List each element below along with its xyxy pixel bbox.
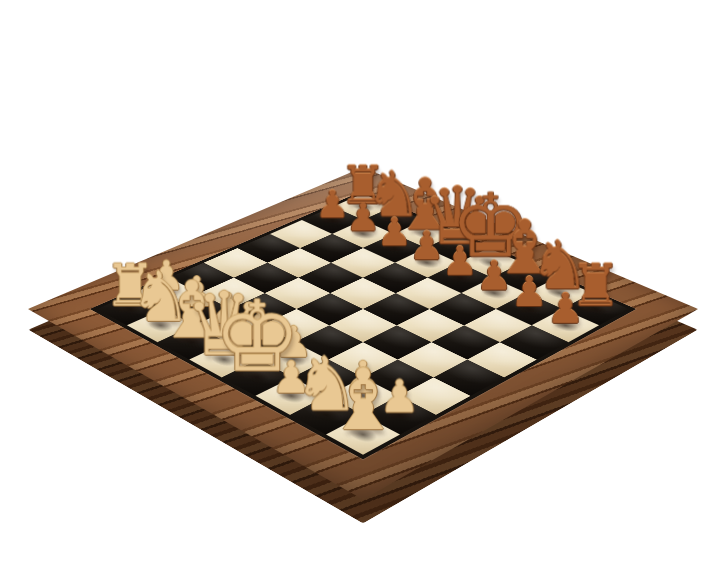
piece-black-pawn: ♟: [316, 186, 350, 224]
piece-black-pawn: ♟: [511, 272, 548, 313]
scene: ♜♞♝♛♚♝♞♜♟♟♟♟♟♟♟♟♟♟♟♟♟♟♟♜♞♝♛♚♟♞♝: [0, 0, 720, 576]
piece-black-pawn: ♟: [442, 241, 478, 281]
chess-set-photograph: ♜♞♝♛♚♝♞♜♟♟♟♟♟♟♟♟♟♟♟♟♟♟♟♜♞♝♛♚♟♞♝: [0, 0, 720, 576]
piece-black-pawn: ♟: [476, 256, 512, 296]
square-h1: ♝: [326, 415, 400, 455]
rosewood-frame: ♜♞♝♛♚♝♞♜♟♟♟♟♟♟♟♟♟♟♟♟♟♟♟♜♞♝♛♚♟♞♝: [28, 167, 698, 499]
square-e4: [329, 309, 396, 342]
chess-board: ♜♞♝♛♚♝♞♜♟♟♟♟♟♟♟♟♟♟♟♟♟♟♟♜♞♝♛♚♟♞♝: [28, 167, 698, 499]
piece-black-pawn: ♟: [547, 287, 584, 329]
square-e5: [363, 293, 429, 325]
piece-black-pawn: ♟: [409, 227, 444, 266]
piece-white-bishop: ♝: [325, 358, 401, 443]
piece-black-pawn: ♟: [377, 213, 412, 252]
playing-surface: ♜♞♝♛♚♝♞♜♟♟♟♟♟♟♟♟♟♟♟♟♟♟♟♜♞♝♛♚♟♞♝: [90, 191, 636, 459]
piece-black-pawn: ♟: [346, 199, 380, 237]
